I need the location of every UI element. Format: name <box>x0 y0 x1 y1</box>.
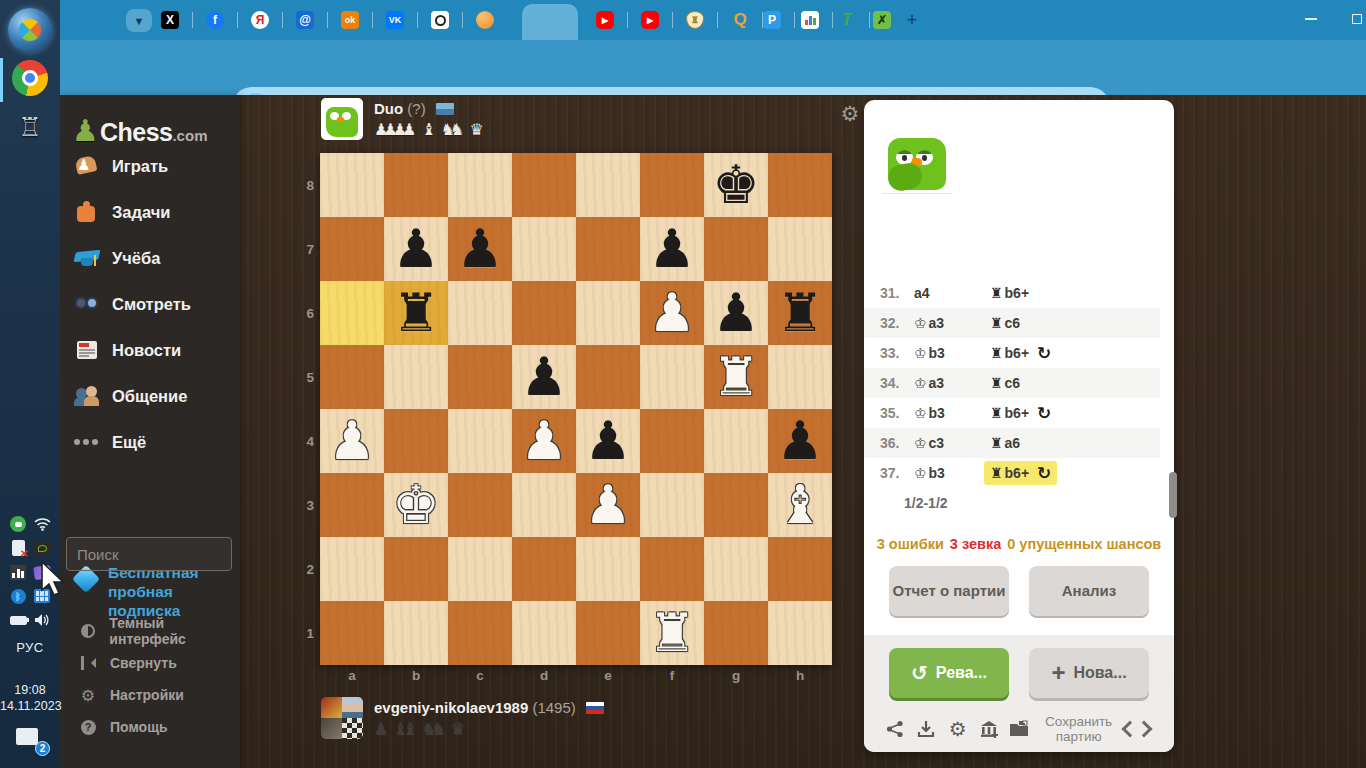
language-indicator[interactable]: РУС <box>0 640 60 655</box>
file-label-f: f <box>640 668 704 683</box>
rank-label-3: 3 <box>296 473 314 537</box>
player-rating: (1495) <box>532 699 575 716</box>
square-g6[interactable]: ♟ <box>704 281 768 345</box>
black-move[interactable]: ♜c6 <box>990 315 1020 331</box>
square-d2[interactable] <box>512 537 576 601</box>
tab-chesscom-active[interactable] <box>522 4 578 40</box>
piece-white-r-f1[interactable]: ♜ <box>648 601 696 665</box>
square-e7[interactable] <box>576 217 640 281</box>
square-a6[interactable] <box>320 281 384 345</box>
square-g7[interactable] <box>704 217 768 281</box>
panel-footer: ↺ Рева... + Нова... ⚙ Сохранить партию <box>864 635 1174 752</box>
captured-group: ♛ <box>469 120 483 139</box>
square-f7[interactable]: ♟ <box>640 217 704 281</box>
move-row-34: 34.♔a3♜c6 <box>864 368 1160 398</box>
white-move[interactable]: ♔b3 <box>914 405 990 421</box>
square-b6[interactable]: ♜ <box>384 281 448 345</box>
game-result: 1/2-1/2 <box>904 495 948 511</box>
tab-facebook[interactable]: f <box>200 7 230 33</box>
square-d5[interactable]: ♟ <box>512 345 576 409</box>
square-d1[interactable] <box>512 601 576 665</box>
square-e8[interactable] <box>576 153 640 217</box>
white-move[interactable]: ♔a3 <box>914 375 990 391</box>
piece-black-r-h6[interactable]: ♜ <box>776 281 824 345</box>
square-e2[interactable] <box>576 537 640 601</box>
square-c3[interactable] <box>448 473 512 537</box>
square-c5[interactable] <box>448 345 512 409</box>
square-f4[interactable] <box>640 409 704 473</box>
tab-separator <box>417 12 418 28</box>
tab-separator <box>237 12 238 28</box>
tab-separator <box>282 12 283 28</box>
square-b7[interactable]: ♟ <box>384 217 448 281</box>
black-rook-icon: ♜ <box>990 285 1003 301</box>
tab-q[interactable]: Q <box>725 7 755 33</box>
square-h8[interactable] <box>768 153 832 217</box>
square-e1[interactable] <box>576 601 640 665</box>
piece-white-k-b3[interactable]: ♚ <box>392 473 440 537</box>
black-move[interactable]: ♜b6+↻ <box>984 461 1057 485</box>
black-move[interactable]: ♜b6+↻ <box>990 343 1051 363</box>
white-move[interactable]: ♔a3 <box>914 315 990 331</box>
square-c8[interactable] <box>448 153 512 217</box>
captured-group: ♟♟♟♟ <box>374 120 416 139</box>
white-king-icon: ♔ <box>914 375 927 391</box>
opponent-avatar[interactable] <box>321 98 363 140</box>
piece-white-b-h3[interactable]: ♝ <box>776 473 824 537</box>
white-king-icon: ♔ <box>914 435 927 451</box>
prev-move-button[interactable] <box>1117 719 1136 739</box>
sidebar-item-social[interactable]: Общение <box>60 373 240 419</box>
opponent-rating: (?) <box>407 100 425 117</box>
opponent-name: Duo <box>374 100 403 117</box>
white-king-icon: ♔ <box>914 345 927 361</box>
square-e3[interactable]: ♟ <box>576 473 640 537</box>
square-f5[interactable] <box>640 345 704 409</box>
bot-avatar-large[interactable] <box>882 128 952 194</box>
white-move[interactable]: ♔c3 <box>914 435 990 451</box>
tab-kinopoisk[interactable] <box>425 7 455 33</box>
square-g3[interactable] <box>704 473 768 537</box>
tab-separator <box>462 12 463 28</box>
square-h6[interactable]: ♜ <box>768 281 832 345</box>
file-label-a: a <box>320 668 384 683</box>
windows-taskbar: ♖ ✕ᛒ РУС 19:08 14.11.2023 2 <box>0 0 60 768</box>
black-rook-icon: ♜ <box>990 315 1003 331</box>
tab-separator <box>717 12 718 28</box>
file-label-b: b <box>384 668 448 683</box>
new-tab-button[interactable]: + <box>900 8 924 32</box>
rank-label-7: 7 <box>296 217 314 281</box>
board-settings-gear-icon[interactable]: ⚙ <box>838 102 862 126</box>
square-d8[interactable] <box>512 153 576 217</box>
rank-label-6: 6 <box>296 281 314 345</box>
tab-chart[interactable] <box>795 7 825 33</box>
move-row-35: 35.♔b3♜b6+↻ <box>864 398 1160 428</box>
piece-black-p-d5[interactable]: ♟ <box>520 345 568 409</box>
tab-fitness[interactable]: ✗ <box>867 7 897 33</box>
settings-icon: ⚙ <box>78 685 98 705</box>
windows-logo-icon <box>14 14 45 45</box>
square-b8[interactable] <box>384 153 448 217</box>
tab-p[interactable]: P <box>757 7 787 33</box>
player-flag-icon <box>586 702 604 714</box>
social-icon <box>74 383 100 409</box>
square-b2[interactable] <box>384 537 448 601</box>
tab-separator <box>327 12 328 28</box>
opponent-flag-icon <box>436 103 454 115</box>
search-placeholder: Поиск <box>77 546 119 563</box>
tab-youtube[interactable]: ▶ <box>590 7 620 33</box>
collection-icon[interactable] <box>1009 717 1031 741</box>
download-icon[interactable] <box>915 717 937 741</box>
square-b1[interactable] <box>384 601 448 665</box>
piece-black-r-b6[interactable]: ♜ <box>392 281 440 345</box>
taskbar-clock[interactable]: 19:08 14.11.2023 <box>0 682 60 714</box>
tab-ok[interactable]: ok <box>335 7 365 33</box>
tab-separator <box>672 12 673 28</box>
captured-group: ♞♞ <box>422 719 446 738</box>
repetition-icon: ↻ <box>1037 403 1051 423</box>
piece-black-p-f7[interactable]: ♟ <box>648 217 696 281</box>
sidebar-item-learn[interactable]: Учёба <box>60 235 240 281</box>
square-f3[interactable] <box>640 473 704 537</box>
square-e6[interactable] <box>576 281 640 345</box>
captured-white-pieces: ♟♟♟♟♝♞♞♛ <box>374 119 489 139</box>
news-icon <box>74 337 100 363</box>
notification-tray-icon[interactable]: 2 <box>16 728 46 752</box>
chat-bubble-icon <box>16 728 38 745</box>
sim-card-icon[interactable]: ✕ <box>8 538 28 558</box>
square-a2[interactable] <box>320 537 384 601</box>
square-d4[interactable]: ♟ <box>512 409 576 473</box>
piece-black-p-b7[interactable]: ♟ <box>392 217 440 281</box>
help-icon: ? <box>78 717 98 737</box>
new-game-button[interactable]: + Нова... <box>1029 648 1149 698</box>
square-d7[interactable] <box>512 217 576 281</box>
notification-count-badge: 2 <box>35 741 50 756</box>
black-move[interactable]: ♜c6 <box>990 375 1020 391</box>
browser-toolbar: ← → ↻ chess.com/play/computer ☆ ₽ 3 4 ⋮ <box>60 40 1366 95</box>
move-row-32: 32.♔a3♜c6 <box>864 308 1160 338</box>
square-b5[interactable] <box>384 345 448 409</box>
sidebar-item-news[interactable]: Новости <box>60 327 240 373</box>
piece-black-p-c7[interactable]: ♟ <box>456 217 504 281</box>
square-g4[interactable] <box>704 409 768 473</box>
sidebar-item-watch[interactable]: Смотреть <box>60 281 240 327</box>
square-b3[interactable]: ♚ <box>384 473 448 537</box>
square-h1[interactable] <box>768 601 832 665</box>
square-c2[interactable] <box>448 537 512 601</box>
black-rook-icon: ♜ <box>990 375 1003 391</box>
save-game-label[interactable]: Сохранить партию <box>1042 714 1114 744</box>
square-c7[interactable]: ♟ <box>448 217 512 281</box>
share-icon[interactable] <box>884 717 906 741</box>
square-f1[interactable]: ♜ <box>640 601 704 665</box>
square-h2[interactable] <box>768 537 832 601</box>
player-bar: evgeniy-nikolaev1989 (1495) ♟♝♝♞♞♛ <box>321 697 833 743</box>
file-label-d: d <box>512 668 576 683</box>
file-label-c: c <box>448 668 512 683</box>
captured-group: ♝ <box>421 120 435 139</box>
tab-crest[interactable]: ♜ <box>680 7 710 33</box>
white-move[interactable]: a4 <box>914 285 990 301</box>
puzzles-icon <box>74 199 100 225</box>
nvidia-icon[interactable] <box>32 538 52 558</box>
watch-icon <box>74 291 100 317</box>
tab-orange-app[interactable] <box>470 7 500 33</box>
chess-app-taskbar-icon[interactable]: ♖ <box>16 110 44 144</box>
battery-icon[interactable] <box>8 610 28 630</box>
white-move[interactable]: ♔b3 <box>914 465 990 481</box>
rematch-icon: ↺ <box>911 661 928 685</box>
sidebar-footer-theme[interactable]: Темный интерфейс <box>60 616 240 646</box>
restore-button[interactable] <box>1342 6 1366 32</box>
sidebar-footer-collapse[interactable]: Свернуть <box>60 648 240 678</box>
sidebar-footer-help[interactable]: ?Помощь <box>60 712 240 742</box>
piece-black-k-g8[interactable]: ♚ <box>712 153 760 217</box>
repetition-icon: ↻ <box>1037 343 1051 363</box>
piece-black-p-g6[interactable]: ♟ <box>712 281 760 345</box>
settings-gear-icon[interactable]: ⚙ <box>947 717 969 741</box>
rank-label-4: 4 <box>296 409 314 473</box>
player-avatar[interactable] <box>321 697 363 739</box>
square-c1[interactable] <box>448 601 512 665</box>
move-row-37: 37.♔b3♜b6+↻ <box>864 458 1160 488</box>
white-king-icon: ♔ <box>914 405 927 421</box>
square-b4[interactable] <box>384 409 448 473</box>
move-list-scrollbar[interactable] <box>1169 472 1177 518</box>
sidebar-footer-settings[interactable]: ⚙Настройки <box>60 680 240 710</box>
square-h3[interactable]: ♝ <box>768 473 832 537</box>
more-icon <box>74 429 100 455</box>
square-a3[interactable] <box>320 473 384 537</box>
tab-x[interactable]: X <box>155 7 185 33</box>
summary-item: 0 упущенных шансов <box>1007 536 1161 552</box>
black-rook-icon: ♜ <box>990 345 1003 361</box>
square-e4[interactable]: ♟ <box>576 409 640 473</box>
black-rook-icon: ♜ <box>990 405 1003 421</box>
captured-group: ♝♝ <box>393 719 417 738</box>
square-e5[interactable] <box>576 345 640 409</box>
taskbar-time: 19:08 <box>0 682 60 698</box>
bluetooth-icon[interactable]: ᛒ <box>8 586 28 606</box>
logo-suffix: .com <box>172 127 207 144</box>
next-move-button[interactable] <box>1135 719 1154 739</box>
square-c6[interactable] <box>448 281 512 345</box>
square-h5[interactable] <box>768 345 832 409</box>
sidebar-item-puzzles[interactable]: Задачи <box>60 189 240 235</box>
tab-separator <box>192 12 193 28</box>
move-row-33: 33.♔b3♜b6+↻ <box>864 338 1160 368</box>
square-g8[interactable]: ♚ <box>704 153 768 217</box>
chesscom-sidebar: ♟ Chess .com ♟ИгратьЗадачиУчёбаСмотретьН… <box>60 95 240 768</box>
summary-item: 3 зевка <box>950 536 1001 552</box>
rematch-button[interactable]: ↺ Рева... <box>889 648 1009 698</box>
active-app-indicator <box>0 58 3 102</box>
library-icon[interactable] <box>978 717 1000 741</box>
black-move[interactable]: ♜b6+ <box>990 285 1029 301</box>
captured-black-pieces: ♟♝♝♞♞♛ <box>374 718 470 738</box>
rank-label-1: 1 <box>296 601 314 665</box>
play-icon: ♟ <box>74 153 100 179</box>
black-rook-icon: ♜ <box>990 435 1003 451</box>
piece-white-p-a4[interactable]: ♟ <box>328 409 376 473</box>
rank-label-8: 8 <box>296 153 314 217</box>
square-g5[interactable]: ♜ <box>704 345 768 409</box>
mediaget-icon[interactable] <box>8 514 28 534</box>
square-g2[interactable] <box>704 537 768 601</box>
tab-mail[interactable]: @ <box>290 7 320 33</box>
piece-white-p-d4[interactable]: ♟ <box>520 409 568 473</box>
square-a7[interactable] <box>320 217 384 281</box>
square-c4[interactable] <box>448 409 512 473</box>
tab-yandex[interactable]: Я <box>245 7 275 33</box>
black-move[interactable]: ♜a6 <box>990 435 1020 451</box>
square-a1[interactable] <box>320 601 384 665</box>
square-g1[interactable] <box>704 601 768 665</box>
piece-white-p-f6[interactable]: ♟ <box>648 281 696 345</box>
piece-white-r-g5[interactable]: ♜ <box>712 345 760 409</box>
move-row-31: 31.a4♜b6+ <box>864 278 1160 308</box>
captured-group: ♞♞ <box>441 120 465 139</box>
sidebar-item-play[interactable]: ♟Играть <box>60 143 240 189</box>
windows-start-button[interactable] <box>8 8 52 52</box>
sidebar-item-more[interactable]: Ещё <box>60 419 240 465</box>
opponent-name-row[interactable]: Duo (?) <box>374 100 454 117</box>
player-name-row[interactable]: evgeniy-nikolaev1989 (1495) <box>374 699 604 716</box>
tab-separator <box>627 12 628 28</box>
file-label-e: e <box>576 668 640 683</box>
sidebar-search-input[interactable]: Поиск <box>66 537 232 571</box>
piece-black-p-e4[interactable]: ♟ <box>584 409 632 473</box>
white-king-icon: ♔ <box>914 465 927 481</box>
rank-label-5: 5 <box>296 345 314 409</box>
piece-black-p-h4[interactable]: ♟ <box>776 409 824 473</box>
chrome-taskbar-icon[interactable] <box>12 60 48 96</box>
game-panel: 31.a4♜b6+32.♔a3♜c633.♔b3♜b6+↻34.♔a3♜c635… <box>864 100 1174 752</box>
square-f6[interactable]: ♟ <box>640 281 704 345</box>
square-a8[interactable] <box>320 153 384 217</box>
tab-search-button[interactable]: ▼ <box>126 9 152 32</box>
duo-owl-icon <box>888 138 946 190</box>
opponent-player-bar: Duo (?) ♟♟♟♟♝♞♞♛ <box>321 98 833 144</box>
learn-icon <box>74 245 100 271</box>
piece-white-p-e3[interactable]: ♟ <box>584 473 632 537</box>
game-report-button[interactable]: Отчет о партии <box>889 566 1009 616</box>
square-h4[interactable]: ♟ <box>768 409 832 473</box>
file-label-g: g <box>704 668 768 683</box>
white-king-icon: ♔ <box>914 315 927 331</box>
plus-icon: + <box>1051 659 1065 687</box>
player-name: evgeniy-nikolaev1989 <box>374 699 528 716</box>
square-f8[interactable] <box>640 153 704 217</box>
collapse-icon <box>78 653 98 673</box>
tab-youtube2[interactable]: ▶ <box>635 7 665 33</box>
captured-group: ♟ <box>374 719 388 738</box>
square-a4[interactable]: ♟ <box>320 409 384 473</box>
square-f2[interactable] <box>640 537 704 601</box>
chess-board[interactable]: ♚♟♟♟♜♟♟♜♟♜♟♟♟♟♚♟♝♜ <box>320 153 832 665</box>
square-d3[interactable] <box>512 473 576 537</box>
trial-subscription-link[interactable]: Бесплатная пробная подписка <box>74 563 228 620</box>
theme-icon <box>78 621 97 641</box>
move-row-36: 36.♔c3♜a6 <box>864 428 1160 458</box>
black-move[interactable]: ♜b6+↻ <box>990 403 1051 423</box>
square-h7[interactable] <box>768 217 832 281</box>
taskbar-date: 14.11.2023 <box>0 698 60 714</box>
rank-label-2: 2 <box>296 537 314 601</box>
repetition-icon: ↻ <box>1037 463 1051 483</box>
tab-separator <box>372 12 373 28</box>
white-move[interactable]: ♔b3 <box>914 345 990 361</box>
browser-tab-strip: ▼ XfЯ@okVK♟▶▶♜QPT✗ + ✕ <box>60 0 1366 40</box>
trial-label: Бесплатная пробная подписка <box>108 563 228 620</box>
game-summary: 3 ошибки3 зевка0 упущенных шансов <box>864 536 1174 552</box>
square-d6[interactable] <box>512 281 576 345</box>
summary-item: 3 ошибки <box>877 536 944 552</box>
square-a5[interactable] <box>320 345 384 409</box>
minimize-button[interactable] <box>1296 6 1326 32</box>
mouse-cursor <box>40 560 66 598</box>
tab-t[interactable]: T <box>832 7 862 33</box>
captured-group: ♛ <box>451 719 465 738</box>
tab-vk[interactable]: VK <box>380 7 410 33</box>
columns-icon[interactable] <box>8 562 28 582</box>
black-rook-icon: ♜ <box>990 465 1003 481</box>
wifi-icon[interactable] <box>32 514 52 534</box>
analysis-button[interactable]: Анализ <box>1029 566 1149 616</box>
file-label-h: h <box>768 668 832 683</box>
volume-icon[interactable] <box>32 610 52 630</box>
